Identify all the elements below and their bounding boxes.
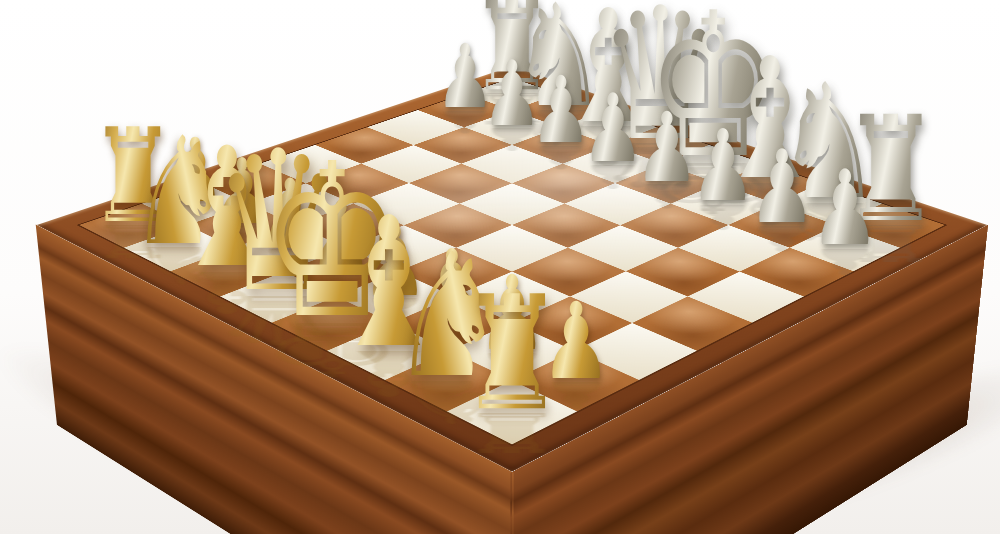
square-c1[interactable]: [171, 248, 285, 297]
square-h2[interactable]: [512, 351, 639, 412]
square-b1[interactable]: [124, 225, 235, 271]
square-g4[interactable]: [570, 271, 687, 322]
square-g6[interactable]: [678, 225, 789, 271]
square-g2[interactable]: [450, 323, 573, 380]
square-f1[interactable]: [327, 323, 450, 380]
square-f2[interactable]: [392, 296, 512, 350]
square-c2[interactable]: [235, 225, 346, 271]
square-h4[interactable]: [632, 296, 752, 350]
square-h7[interactable]: [789, 225, 900, 271]
square-f4[interactable]: [512, 248, 626, 297]
square-h3[interactable]: [574, 323, 697, 380]
square-d3[interactable]: [346, 225, 457, 271]
square-d2[interactable]: [284, 248, 398, 297]
square-h5[interactable]: [687, 271, 804, 322]
square-g1[interactable]: [385, 351, 512, 412]
square-h6[interactable]: [740, 248, 854, 297]
chess-case: [37, 66, 987, 472]
square-e1[interactable]: [272, 296, 392, 350]
square-e2[interactable]: [337, 271, 454, 322]
square-f3[interactable]: [454, 271, 571, 322]
square-h1[interactable]: [447, 380, 578, 444]
square-e4[interactable]: [457, 225, 568, 271]
square-g3[interactable]: [512, 296, 632, 350]
chess-set-scene: ♜♜♞♞♝♝♛♛♚♚♝♝♞♞♜♜♟♟♟♟♟♟♟♟♟♟♟♟♟♟♟♟♟♟♟♟♟♟♟♟…: [0, 0, 1000, 534]
square-d1[interactable]: [220, 271, 337, 322]
square-g5[interactable]: [626, 248, 740, 297]
square-f5[interactable]: [567, 225, 678, 271]
square-e3[interactable]: [398, 248, 512, 297]
